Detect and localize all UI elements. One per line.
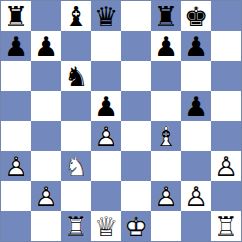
white-pawn-icon: ♙ (181, 181, 211, 211)
white-pawn-icon: ♙ (211, 151, 241, 181)
piece-white-pawn: ♟♙ (151, 181, 181, 211)
square-c4[interactable] (61, 121, 91, 151)
square-h4[interactable] (211, 121, 241, 151)
piece-black-pawn: ♟ (181, 91, 211, 121)
black-knight-icon: ♞ (61, 61, 91, 91)
black-pawn-icon: ♟ (31, 31, 61, 61)
white-pawn-icon: ♙ (91, 121, 121, 151)
square-a4[interactable] (1, 121, 31, 151)
square-a1[interactable] (1, 211, 31, 241)
piece-white-pawn: ♟♙ (211, 151, 241, 181)
square-b1[interactable] (31, 211, 61, 241)
square-b7[interactable]: ♟ (31, 31, 61, 61)
square-c7[interactable] (61, 31, 91, 61)
square-b4[interactable] (31, 121, 61, 151)
square-a6[interactable] (1, 61, 31, 91)
square-a8[interactable]: ♜ (1, 1, 31, 31)
black-queen-icon: ♛ (91, 1, 121, 31)
piece-black-pawn: ♟ (151, 31, 181, 61)
square-h6[interactable] (211, 61, 241, 91)
white-rook-icon: ♖ (211, 211, 241, 241)
square-d2[interactable] (91, 181, 121, 211)
square-d3[interactable] (91, 151, 121, 181)
square-g4[interactable] (181, 121, 211, 151)
square-a2[interactable] (1, 181, 31, 211)
black-pawn-icon: ♟ (91, 91, 121, 121)
square-f6[interactable] (151, 61, 181, 91)
piece-white-queen: ♛♕ (91, 211, 121, 241)
square-b5[interactable] (31, 91, 61, 121)
piece-black-pawn: ♟ (181, 31, 211, 61)
square-f1[interactable] (151, 211, 181, 241)
square-c6[interactable]: ♞ (61, 61, 91, 91)
white-pawn-icon: ♙ (1, 151, 31, 181)
square-e2[interactable] (121, 181, 151, 211)
white-pawn-icon: ♙ (31, 181, 61, 211)
square-c1[interactable]: ♜♖ (61, 211, 91, 241)
black-king-icon: ♚ (181, 1, 211, 31)
square-h7[interactable] (211, 31, 241, 61)
square-f4[interactable]: ♝♗ (151, 121, 181, 151)
square-c8[interactable]: ♝ (61, 1, 91, 31)
chess-board: ♜♝♛♜♚♟♟♟♟♞♟♟♟♙♝♗♟♙♞♘♟♙♟♙♟♙♟♙♜♖♛♕♚♔♜♖ (0, 0, 242, 242)
black-pawn-icon: ♟ (181, 31, 211, 61)
square-f3[interactable] (151, 151, 181, 181)
square-b8[interactable] (31, 1, 61, 31)
white-bishop-icon: ♗ (151, 121, 181, 151)
piece-white-bishop: ♝♗ (151, 121, 181, 151)
square-f7[interactable]: ♟ (151, 31, 181, 61)
square-d7[interactable] (91, 31, 121, 61)
square-b6[interactable] (31, 61, 61, 91)
black-pawn-icon: ♟ (181, 91, 211, 121)
square-f2[interactable]: ♟♙ (151, 181, 181, 211)
square-e3[interactable] (121, 151, 151, 181)
piece-white-pawn: ♟♙ (31, 181, 61, 211)
square-e5[interactable] (121, 91, 151, 121)
square-h2[interactable] (211, 181, 241, 211)
square-a3[interactable]: ♟♙ (1, 151, 31, 181)
square-a7[interactable]: ♟ (1, 31, 31, 61)
square-g1[interactable] (181, 211, 211, 241)
black-rook-icon: ♜ (1, 1, 31, 31)
white-king-icon: ♔ (121, 211, 151, 241)
square-e7[interactable] (121, 31, 151, 61)
chess-board-container: ♜♝♛♜♚♟♟♟♟♞♟♟♟♙♝♗♟♙♞♘♟♙♟♙♟♙♟♙♜♖♛♕♚♔♜♖ (0, 0, 242, 242)
white-rook-icon: ♖ (61, 211, 91, 241)
square-d1[interactable]: ♛♕ (91, 211, 121, 241)
piece-white-rook: ♜♖ (61, 211, 91, 241)
piece-white-king: ♚♔ (121, 211, 151, 241)
square-d5[interactable]: ♟ (91, 91, 121, 121)
piece-white-knight: ♞♘ (61, 151, 91, 181)
square-g7[interactable]: ♟ (181, 31, 211, 61)
piece-white-pawn: ♟♙ (181, 181, 211, 211)
black-pawn-icon: ♟ (1, 31, 31, 61)
square-h8[interactable] (211, 1, 241, 31)
piece-black-bishop: ♝ (61, 1, 91, 31)
black-bishop-icon: ♝ (61, 1, 91, 31)
square-a5[interactable] (1, 91, 31, 121)
piece-black-pawn: ♟ (31, 31, 61, 61)
white-knight-icon: ♘ (61, 151, 91, 181)
piece-white-rook: ♜♖ (211, 211, 241, 241)
square-c5[interactable] (61, 91, 91, 121)
square-e8[interactable] (121, 1, 151, 31)
square-d4[interactable]: ♟♙ (91, 121, 121, 151)
square-d8[interactable]: ♛ (91, 1, 121, 31)
piece-black-knight: ♞ (61, 61, 91, 91)
square-c3[interactable]: ♞♘ (61, 151, 91, 181)
piece-white-pawn: ♟♙ (91, 121, 121, 151)
square-h3[interactable]: ♟♙ (211, 151, 241, 181)
piece-black-pawn: ♟ (1, 31, 31, 61)
square-g6[interactable] (181, 61, 211, 91)
square-e1[interactable]: ♚♔ (121, 211, 151, 241)
square-h1[interactable]: ♜♖ (211, 211, 241, 241)
square-f8[interactable]: ♜ (151, 1, 181, 31)
square-d6[interactable] (91, 61, 121, 91)
piece-black-rook: ♜ (1, 1, 31, 31)
white-queen-icon: ♕ (91, 211, 121, 241)
white-pawn-icon: ♙ (151, 181, 181, 211)
square-h5[interactable] (211, 91, 241, 121)
square-e4[interactable] (121, 121, 151, 151)
piece-black-pawn: ♟ (91, 91, 121, 121)
square-f5[interactable] (151, 91, 181, 121)
square-b3[interactable] (31, 151, 61, 181)
piece-white-pawn: ♟♙ (1, 151, 31, 181)
piece-black-rook: ♜ (151, 1, 181, 31)
square-g2[interactable]: ♟♙ (181, 181, 211, 211)
piece-black-king: ♚ (181, 1, 211, 31)
black-pawn-icon: ♟ (151, 31, 181, 61)
square-b2[interactable]: ♟♙ (31, 181, 61, 211)
black-rook-icon: ♜ (151, 1, 181, 31)
square-e6[interactable] (121, 61, 151, 91)
piece-black-queen: ♛ (91, 1, 121, 31)
square-c2[interactable] (61, 181, 91, 211)
square-g8[interactable]: ♚ (181, 1, 211, 31)
square-g5[interactable]: ♟ (181, 91, 211, 121)
square-g3[interactable] (181, 151, 211, 181)
